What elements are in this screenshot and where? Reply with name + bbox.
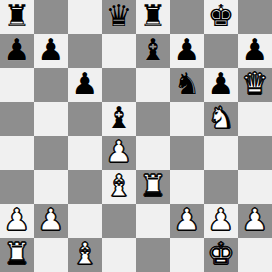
square-c3[interactable] — [68, 170, 102, 204]
square-h6[interactable]: ♛ — [238, 68, 272, 102]
square-b2[interactable]: ♟ — [34, 204, 68, 238]
square-g3[interactable] — [204, 170, 238, 204]
piece-white-pawn: ♟ — [242, 204, 269, 237]
square-f5[interactable] — [170, 102, 204, 136]
square-c4[interactable] — [68, 136, 102, 170]
square-d6[interactable] — [102, 68, 136, 102]
piece-white-rook: ♜ — [4, 238, 31, 271]
square-d4[interactable]: ♟ — [102, 136, 136, 170]
square-g7[interactable] — [204, 34, 238, 68]
square-b5[interactable] — [34, 102, 68, 136]
piece-white-bishop: ♝ — [72, 238, 99, 271]
square-h8[interactable] — [238, 0, 272, 34]
square-d3[interactable]: ♝ — [102, 170, 136, 204]
square-f8[interactable] — [170, 0, 204, 34]
square-f4[interactable] — [170, 136, 204, 170]
square-a8[interactable]: ♜ — [0, 0, 34, 34]
piece-white-pawn: ♟ — [174, 204, 201, 237]
square-b3[interactable] — [34, 170, 68, 204]
square-e2[interactable] — [136, 204, 170, 238]
square-f6[interactable]: ♞ — [170, 68, 204, 102]
piece-black-rook: ♜ — [4, 0, 31, 33]
piece-black-rook: ♜ — [140, 0, 167, 33]
square-e8[interactable]: ♜ — [136, 0, 170, 34]
piece-black-king: ♚ — [208, 0, 235, 33]
piece-white-rook: ♜ — [140, 170, 167, 203]
square-a5[interactable] — [0, 102, 34, 136]
piece-white-pawn: ♟ — [106, 136, 133, 169]
chess-board: ♜♛♜♚♟♟♝♟♟♟♞♟♛♝♞♟♝♜♟♟♟♟♟♜♝♚ — [0, 0, 272, 272]
square-e4[interactable] — [136, 136, 170, 170]
square-h2[interactable]: ♟ — [238, 204, 272, 238]
piece-white-pawn: ♟ — [208, 204, 235, 237]
square-h3[interactable] — [238, 170, 272, 204]
square-a1[interactable]: ♜ — [0, 238, 34, 272]
square-f2[interactable]: ♟ — [170, 204, 204, 238]
square-f1[interactable] — [170, 238, 204, 272]
square-a2[interactable]: ♟ — [0, 204, 34, 238]
square-d7[interactable] — [102, 34, 136, 68]
square-h1[interactable] — [238, 238, 272, 272]
piece-white-knight: ♞ — [208, 102, 235, 135]
square-d1[interactable] — [102, 238, 136, 272]
piece-white-pawn: ♟ — [38, 204, 65, 237]
square-e3[interactable]: ♜ — [136, 170, 170, 204]
piece-white-pawn: ♟ — [4, 204, 31, 237]
piece-black-pawn: ♟ — [72, 68, 99, 101]
square-g5[interactable]: ♞ — [204, 102, 238, 136]
square-e5[interactable] — [136, 102, 170, 136]
square-e7[interactable]: ♝ — [136, 34, 170, 68]
square-g6[interactable]: ♟ — [204, 68, 238, 102]
square-f7[interactable]: ♟ — [170, 34, 204, 68]
square-c5[interactable] — [68, 102, 102, 136]
piece-black-pawn: ♟ — [208, 68, 235, 101]
square-b6[interactable] — [34, 68, 68, 102]
piece-black-pawn: ♟ — [38, 34, 65, 67]
piece-black-pawn: ♟ — [174, 34, 201, 67]
square-d5[interactable]: ♝ — [102, 102, 136, 136]
piece-white-bishop: ♝ — [106, 170, 133, 203]
square-f3[interactable] — [170, 170, 204, 204]
square-e1[interactable] — [136, 238, 170, 272]
square-d8[interactable]: ♛ — [102, 0, 136, 34]
square-c1[interactable]: ♝ — [68, 238, 102, 272]
square-h5[interactable] — [238, 102, 272, 136]
piece-black-knight: ♞ — [174, 68, 201, 101]
square-b7[interactable]: ♟ — [34, 34, 68, 68]
piece-black-pawn: ♟ — [242, 34, 269, 67]
piece-black-pawn: ♟ — [4, 34, 31, 67]
piece-white-queen: ♛ — [242, 68, 269, 101]
square-a4[interactable] — [0, 136, 34, 170]
square-c7[interactable] — [68, 34, 102, 68]
square-a7[interactable]: ♟ — [0, 34, 34, 68]
square-g1[interactable]: ♚ — [204, 238, 238, 272]
square-e6[interactable] — [136, 68, 170, 102]
square-b1[interactable] — [34, 238, 68, 272]
square-g2[interactable]: ♟ — [204, 204, 238, 238]
square-c6[interactable]: ♟ — [68, 68, 102, 102]
square-b8[interactable] — [34, 0, 68, 34]
square-g4[interactable] — [204, 136, 238, 170]
square-h7[interactable]: ♟ — [238, 34, 272, 68]
square-g8[interactable]: ♚ — [204, 0, 238, 34]
square-a3[interactable] — [0, 170, 34, 204]
square-a6[interactable] — [0, 68, 34, 102]
square-b4[interactable] — [34, 136, 68, 170]
piece-white-king: ♚ — [208, 238, 235, 271]
square-d2[interactable] — [102, 204, 136, 238]
piece-black-bishop: ♝ — [106, 102, 133, 135]
piece-black-bishop: ♝ — [140, 34, 167, 67]
square-h4[interactable] — [238, 136, 272, 170]
square-c8[interactable] — [68, 0, 102, 34]
piece-black-queen: ♛ — [106, 0, 133, 33]
square-c2[interactable] — [68, 204, 102, 238]
